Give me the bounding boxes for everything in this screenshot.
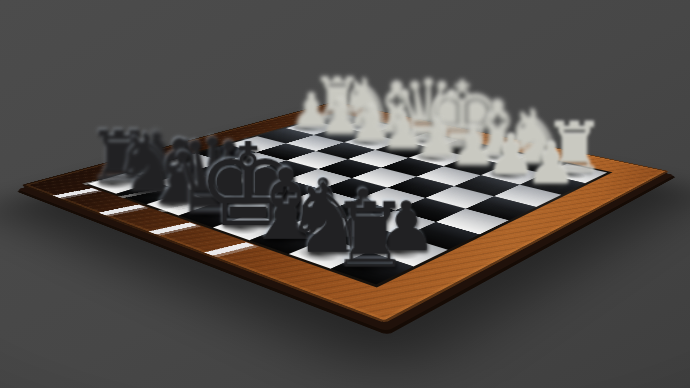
- piece-black-rook: ♜: [274, 190, 466, 280]
- render-stage: ♜♞♝♛♚♝♞♜♟♟♟♟♟♟♟♟♟♟♟♟♟♟♟♟♜♞♝♛♚♝♞♜: [0, 0, 690, 388]
- square-h8: ♜: [331, 252, 414, 285]
- board-frame: ♜♞♝♛♚♝♞♜♟♟♟♟♟♟♟♟♟♟♟♟♟♟♟♟♜♞♝♛♚♝♞♜: [20, 101, 669, 323]
- board-grid: ♜♞♝♛♚♝♞♜♟♟♟♟♟♟♟♟♟♟♟♟♟♟♟♟♜♞♝♛♚♝♞♜: [82, 113, 613, 288]
- chess-board: ♜♞♝♛♚♝♞♜♟♟♟♟♟♟♟♟♟♟♟♟♟♟♟♟♜♞♝♛♚♝♞♜: [20, 101, 669, 323]
- piece-white-pawn: ♟: [475, 134, 628, 191]
